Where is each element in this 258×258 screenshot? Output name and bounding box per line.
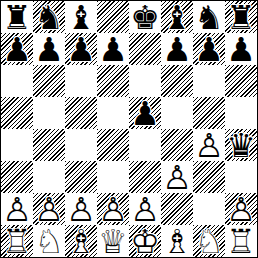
black-pawn-glyph: ♟ [225, 33, 257, 65]
square-f2[interactable] [161, 193, 193, 225]
white-king: ♚♔ [129, 225, 161, 257]
square-f7[interactable]: ♟♟ [161, 33, 193, 65]
square-a3[interactable] [1, 161, 33, 193]
black-pawn-glyph: ♟ [65, 33, 97, 65]
square-b6[interactable] [33, 65, 65, 97]
square-c5[interactable] [65, 97, 97, 129]
square-e4[interactable] [129, 129, 161, 161]
black-pawn-glyph: ♟ [161, 33, 193, 65]
square-h4[interactable]: ♛♛ [225, 129, 257, 161]
white-pawn-glyph: ♙ [1, 193, 33, 225]
square-g7[interactable]: ♟♟ [193, 33, 225, 65]
black-pawn: ♟♟ [97, 33, 129, 65]
white-rook: ♜♖ [1, 225, 33, 257]
square-a8[interactable]: ♜♜ [1, 1, 33, 33]
square-a1[interactable]: ♜♖ [1, 225, 33, 257]
square-c1[interactable]: ♝♗ [65, 225, 97, 257]
black-pawn: ♟♟ [129, 97, 161, 129]
square-g3[interactable] [193, 161, 225, 193]
square-a4[interactable] [1, 129, 33, 161]
white-knight: ♞♘ [33, 225, 65, 257]
square-f5[interactable] [161, 97, 193, 129]
white-pawn: ♟♙ [193, 129, 225, 161]
square-g8[interactable]: ♞♞ [193, 1, 225, 33]
white-pawn: ♟♙ [65, 193, 97, 225]
square-b2[interactable]: ♟♙ [33, 193, 65, 225]
white-rook-glyph: ♖ [1, 225, 33, 257]
black-rook-glyph: ♜ [225, 1, 257, 33]
square-f8[interactable]: ♝♝ [161, 1, 193, 33]
white-queen-glyph: ♕ [97, 225, 129, 257]
black-pawn-glyph: ♟ [1, 33, 33, 65]
square-d1[interactable]: ♛♕ [97, 225, 129, 257]
square-b7[interactable]: ♟♟ [33, 33, 65, 65]
black-pawn: ♟♟ [193, 33, 225, 65]
white-queen: ♛♕ [97, 225, 129, 257]
square-h3[interactable] [225, 161, 257, 193]
white-pawn-glyph: ♙ [225, 193, 257, 225]
black-pawn-glyph: ♟ [97, 33, 129, 65]
square-f1[interactable]: ♝♗ [161, 225, 193, 257]
square-a5[interactable] [1, 97, 33, 129]
square-b1[interactable]: ♞♘ [33, 225, 65, 257]
black-rook: ♜♜ [225, 1, 257, 33]
square-f3[interactable]: ♟♙ [161, 161, 193, 193]
square-h2[interactable]: ♟♙ [225, 193, 257, 225]
square-g5[interactable] [193, 97, 225, 129]
square-e3[interactable] [129, 161, 161, 193]
black-pawn: ♟♟ [33, 33, 65, 65]
square-h5[interactable] [225, 97, 257, 129]
white-pawn: ♟♙ [97, 193, 129, 225]
black-bishop-glyph: ♝ [161, 1, 193, 33]
white-pawn: ♟♙ [225, 193, 257, 225]
square-g6[interactable] [193, 65, 225, 97]
black-queen: ♛♛ [225, 129, 257, 161]
square-g1[interactable]: ♞♘ [193, 225, 225, 257]
square-c3[interactable] [65, 161, 97, 193]
square-e6[interactable] [129, 65, 161, 97]
white-bishop-glyph: ♗ [65, 225, 97, 257]
white-bishop: ♝♗ [161, 225, 193, 257]
black-pawn: ♟♟ [225, 33, 257, 65]
black-knight-glyph: ♞ [193, 1, 225, 33]
square-c2[interactable]: ♟♙ [65, 193, 97, 225]
white-rook: ♜♖ [225, 225, 257, 257]
square-c4[interactable] [65, 129, 97, 161]
square-a7[interactable]: ♟♟ [1, 33, 33, 65]
white-rook-glyph: ♖ [225, 225, 257, 257]
white-bishop: ♝♗ [65, 225, 97, 257]
white-pawn: ♟♙ [1, 193, 33, 225]
black-pawn: ♟♟ [1, 33, 33, 65]
black-bishop: ♝♝ [65, 1, 97, 33]
black-queen-glyph: ♛ [225, 129, 257, 161]
black-knight: ♞♞ [33, 1, 65, 33]
square-d6[interactable] [97, 65, 129, 97]
square-d8[interactable] [97, 1, 129, 33]
square-a6[interactable] [1, 65, 33, 97]
chess-board: ♜♜♞♞♝♝♚♚♝♝♞♞♜♜♟♟♟♟♟♟♟♟♟♟♟♟♟♟♟♟♟♙♛♛♟♙♟♙♟♙… [0, 0, 258, 258]
white-pawn-glyph: ♙ [129, 193, 161, 225]
square-f4[interactable] [161, 129, 193, 161]
square-b8[interactable]: ♞♞ [33, 1, 65, 33]
square-d7[interactable]: ♟♟ [97, 33, 129, 65]
white-knight-glyph: ♘ [33, 225, 65, 257]
square-a2[interactable]: ♟♙ [1, 193, 33, 225]
black-knight-glyph: ♞ [33, 1, 65, 33]
square-e2[interactable]: ♟♙ [129, 193, 161, 225]
square-d5[interactable] [97, 97, 129, 129]
black-pawn-glyph: ♟ [129, 97, 161, 129]
white-pawn-glyph: ♙ [97, 193, 129, 225]
white-knight: ♞♘ [193, 225, 225, 257]
black-king: ♚♚ [129, 1, 161, 33]
square-e5[interactable]: ♟♟ [129, 97, 161, 129]
white-pawn: ♟♙ [129, 193, 161, 225]
black-king-glyph: ♚ [129, 1, 161, 33]
white-pawn: ♟♙ [33, 193, 65, 225]
square-f6[interactable] [161, 65, 193, 97]
square-d2[interactable]: ♟♙ [97, 193, 129, 225]
white-pawn-glyph: ♙ [161, 161, 193, 193]
black-rook-glyph: ♜ [1, 1, 33, 33]
square-b3[interactable] [33, 161, 65, 193]
square-h8[interactable]: ♜♜ [225, 1, 257, 33]
square-e7[interactable] [129, 33, 161, 65]
white-pawn-glyph: ♙ [65, 193, 97, 225]
white-pawn-glyph: ♙ [193, 129, 225, 161]
square-g4[interactable]: ♟♙ [193, 129, 225, 161]
square-g2[interactable] [193, 193, 225, 225]
black-pawn: ♟♟ [65, 33, 97, 65]
white-knight-glyph: ♘ [193, 225, 225, 257]
white-pawn: ♟♙ [161, 161, 193, 193]
square-c8[interactable]: ♝♝ [65, 1, 97, 33]
square-e1[interactable]: ♚♔ [129, 225, 161, 257]
white-king-glyph: ♔ [129, 225, 161, 257]
black-pawn-glyph: ♟ [193, 33, 225, 65]
square-h7[interactable]: ♟♟ [225, 33, 257, 65]
square-h1[interactable]: ♜♖ [225, 225, 257, 257]
black-bishop-glyph: ♝ [65, 1, 97, 33]
black-rook: ♜♜ [1, 1, 33, 33]
black-pawn-glyph: ♟ [33, 33, 65, 65]
white-bishop-glyph: ♗ [161, 225, 193, 257]
square-c7[interactable]: ♟♟ [65, 33, 97, 65]
square-e8[interactable]: ♚♚ [129, 1, 161, 33]
white-pawn-glyph: ♙ [33, 193, 65, 225]
chess-diagram: ♜♜♞♞♝♝♚♚♝♝♞♞♜♜♟♟♟♟♟♟♟♟♟♟♟♟♟♟♟♟♟♙♛♛♟♙♟♙♟♙… [0, 0, 258, 258]
square-h6[interactable] [225, 65, 257, 97]
black-knight: ♞♞ [193, 1, 225, 33]
square-d3[interactable] [97, 161, 129, 193]
square-d4[interactable] [97, 129, 129, 161]
square-b5[interactable] [33, 97, 65, 129]
square-b4[interactable] [33, 129, 65, 161]
black-pawn: ♟♟ [161, 33, 193, 65]
square-c6[interactable] [65, 65, 97, 97]
black-bishop: ♝♝ [161, 1, 193, 33]
